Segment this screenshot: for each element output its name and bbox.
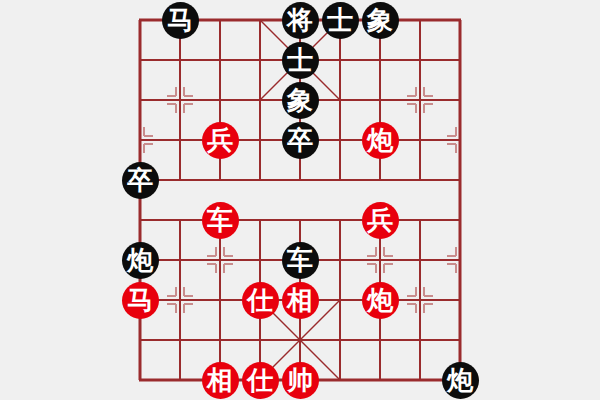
piece-black-pawn[interactable]: 卒 — [282, 122, 319, 159]
piece-black-elephant[interactable]: 象 — [282, 82, 319, 119]
xiangqi-board[interactable]: 马将士象士象兵卒炮卒车兵炮车马仕相炮相仕帅炮 — [0, 0, 600, 400]
piece-black-elephant[interactable]: 象 — [362, 2, 399, 39]
piece-red-elephant[interactable]: 相 — [202, 362, 239, 399]
piece-black-chariot[interactable]: 车 — [282, 242, 319, 279]
piece-black-cannon[interactable]: 炮 — [442, 362, 479, 399]
piece-black-general[interactable]: 将 — [282, 2, 319, 39]
piece-red-advisor[interactable]: 仕 — [242, 362, 279, 399]
piece-red-elephant[interactable]: 相 — [282, 282, 319, 319]
piece-red-pawn[interactable]: 兵 — [202, 122, 239, 159]
piece-red-chariot[interactable]: 车 — [202, 202, 239, 239]
piece-red-general[interactable]: 帅 — [282, 362, 319, 399]
piece-black-pawn[interactable]: 卒 — [122, 162, 159, 199]
piece-red-cannon[interactable]: 炮 — [362, 122, 399, 159]
piece-black-cannon[interactable]: 炮 — [122, 242, 159, 279]
piece-black-advisor[interactable]: 士 — [322, 2, 359, 39]
piece-red-cannon[interactable]: 炮 — [362, 282, 399, 319]
piece-black-horse[interactable]: 马 — [162, 2, 199, 39]
pieces-layer: 马将士象士象兵卒炮卒车兵炮车马仕相炮相仕帅炮 — [120, 0, 480, 400]
piece-red-pawn[interactable]: 兵 — [362, 202, 399, 239]
piece-red-horse[interactable]: 马 — [122, 282, 159, 319]
piece-black-advisor[interactable]: 士 — [282, 42, 319, 79]
piece-red-advisor[interactable]: 仕 — [242, 282, 279, 319]
